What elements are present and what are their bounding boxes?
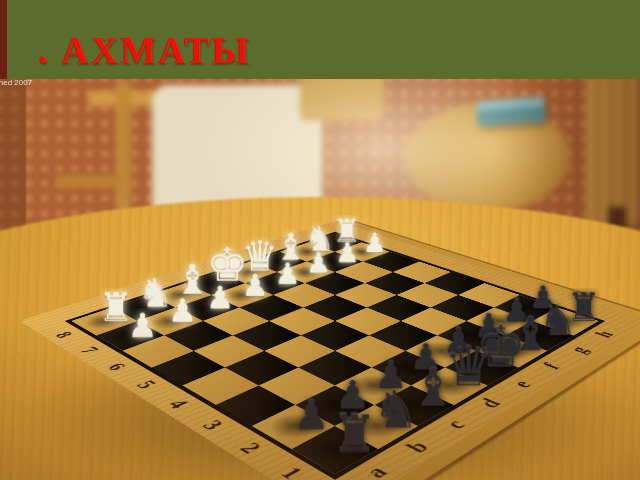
slide-title: . АХМАТЫ — [38, 28, 251, 72]
vignette — [0, 319, 640, 480]
chess-photo[interactable]: ♜♞♝♚♛♝♞♜♟♟♟♟♟♟♟♟♟♟♟♟♟♟♟♟♜♞♝♛♚♝♞♜ 8765432… — [0, 79, 640, 480]
slide-accent-bar — [0, 0, 7, 79]
photo-watermark: ined 2007 — [0, 79, 32, 87]
slide: . АХМАТЫ ♜♞♝♚♛♝♞♜♟♟♟♟♟♟♟♟♟♟♟♟♟♟♟♟♜♞♝♛♚♝♞… — [0, 0, 640, 480]
